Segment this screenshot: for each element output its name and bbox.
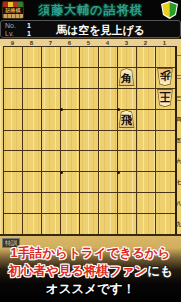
rank-label: 九 [176,221,181,228]
puzzle-title: 馬は空を見上げる [31,21,170,39]
piece-face: 飛 [119,111,133,127]
piece-glyph: 飛 [121,115,132,126]
file-label: 7 [41,39,60,46]
rank-label: 二 [176,74,181,81]
file-label: 6 [60,39,79,46]
lv-label: Lv. [5,30,14,38]
shogi-piece-3二[interactable]: 角 [119,68,135,86]
file-label: 2 [136,39,155,46]
rank-label: 五 [176,137,181,144]
shogi-piece-1二[interactable]: 歩 [157,68,173,86]
file-label: 8 [22,39,41,46]
puzzle-info-bar: No. 1 Lv. 1 馬は空を見上げる [0,20,181,38]
rank-label: 四 [176,116,181,123]
ad-line-2-red: 初心者や見る将棋ファン [8,264,147,278]
piece-glyph: 王 [159,92,170,103]
piece-layer: 角飛歩王 [3,46,174,234]
file-labels: 987654321 [0,38,181,46]
file-label: 1 [155,39,174,46]
rank-label: 七 [176,179,181,186]
beginner-mark-icon [161,1,178,19]
file-label: 3 [117,39,136,46]
shogi-piece-1三[interactable]: 王 [157,89,173,107]
file-label: 9 [3,39,22,46]
puzzle-meta: No. 1 Lv. 1 [5,22,31,38]
file-label: 5 [79,39,98,46]
no-label: No. [5,22,16,30]
app-screen: 詰将棋 須藤大輔の詰将棋 No. 1 Lv. 1 馬は空を見上げる 987654… [0,0,181,302]
ad-line-1: 1手詰からトライできるから [0,245,181,262]
app-title: 須藤大輔の詰将棋 [0,2,181,19]
piece-face: 歩 [157,69,171,85]
shogi-piece-3四[interactable]: 飛 [119,110,135,128]
rank-label: 三 [176,95,181,102]
piece-face: 王 [157,90,171,106]
rank-label: 八 [176,200,181,207]
file-label: 4 [98,39,117,46]
rank-label: 六 [176,158,181,165]
piece-glyph: 角 [121,73,132,84]
header: 詰将棋 須藤大輔の詰将棋 [0,0,181,20]
ad-line-2-white: にも [147,264,173,278]
piece-glyph: 歩 [159,71,170,82]
rank-label: 一 [176,53,181,60]
ad-line-2: 初心者や見る将棋ファンにも [0,263,181,280]
rank-labels: 一二三四五六七八九 [176,46,181,234]
shogi-board: 一二三四五六七八九 角飛歩王 [0,46,181,234]
piece-face: 角 [119,69,133,85]
ad-line-3: オススメです！ [0,281,181,298]
ad-banner[interactable]: 特訓 1手詰からトライできるから 初心者や見る将棋ファンにも オススメです！ [0,234,181,302]
